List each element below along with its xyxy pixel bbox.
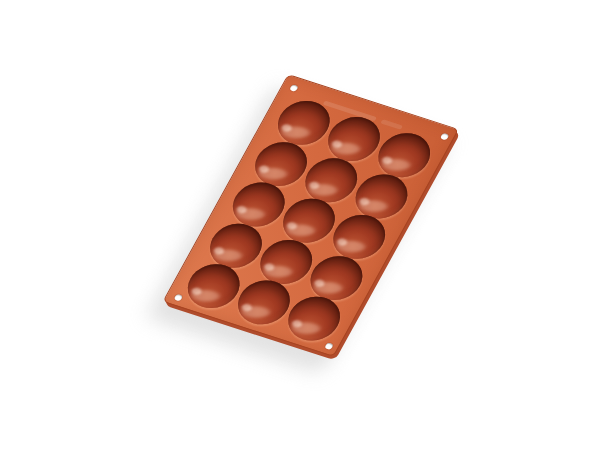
corner-hanging-hole xyxy=(289,84,299,92)
embossed-branding-mark xyxy=(380,119,403,130)
corner-hanging-hole xyxy=(173,293,183,301)
corner-hanging-hole xyxy=(440,132,450,140)
product-photo-canvas xyxy=(0,0,610,450)
corner-hanging-hole xyxy=(324,342,334,350)
